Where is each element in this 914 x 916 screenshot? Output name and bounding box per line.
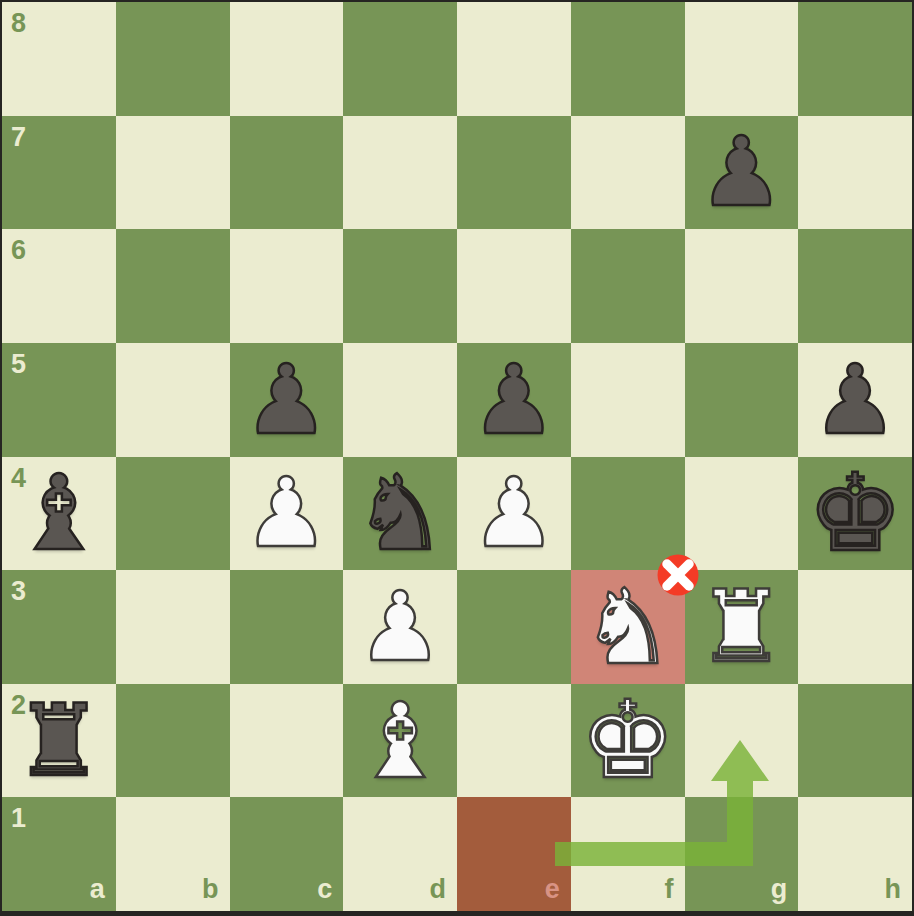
rank-label-8: 8 xyxy=(11,10,26,37)
piece-white-pawn-e4[interactable]: ♟ xyxy=(457,457,571,571)
square-b3[interactable] xyxy=(116,570,230,684)
square-a3[interactable]: 3 xyxy=(2,570,116,684)
piece-black-pawn-c5[interactable]: ♟ xyxy=(230,343,344,457)
square-c8[interactable] xyxy=(230,2,344,116)
square-g6[interactable] xyxy=(685,229,799,343)
square-e4[interactable]: ♟ xyxy=(457,457,571,571)
square-b6[interactable] xyxy=(116,229,230,343)
square-e3[interactable] xyxy=(457,570,571,684)
chess-board[interactable]: 87♟65♟♟♟4♝♟♞♟♚3♟♞♜2♜♝♚1abcdefgh xyxy=(2,2,912,911)
rank-label-7: 7 xyxy=(11,124,26,151)
square-g2[interactable] xyxy=(685,684,799,798)
square-f2[interactable]: ♚ xyxy=(571,684,685,798)
square-b8[interactable] xyxy=(116,2,230,116)
square-h1[interactable]: h xyxy=(798,797,912,911)
square-d1[interactable]: d xyxy=(343,797,457,911)
square-c3[interactable] xyxy=(230,570,344,684)
square-f5[interactable] xyxy=(571,343,685,457)
square-e7[interactable] xyxy=(457,116,571,230)
square-f6[interactable] xyxy=(571,229,685,343)
square-a6[interactable]: 6 xyxy=(2,229,116,343)
piece-black-knight-d4[interactable]: ♞ xyxy=(343,457,457,571)
square-f1[interactable]: f xyxy=(571,797,685,911)
square-c7[interactable] xyxy=(230,116,344,230)
square-a1[interactable]: 1a xyxy=(2,797,116,911)
square-f8[interactable] xyxy=(571,2,685,116)
chess-board-frame: 87♟65♟♟♟4♝♟♞♟♚3♟♞♜2♜♝♚1abcdefgh xyxy=(0,0,914,916)
square-a7[interactable]: 7 xyxy=(2,116,116,230)
file-label-b: b xyxy=(202,876,219,903)
square-f7[interactable] xyxy=(571,116,685,230)
square-h7[interactable] xyxy=(798,116,912,230)
square-g5[interactable] xyxy=(685,343,799,457)
file-label-e: e xyxy=(545,876,560,903)
square-b1[interactable]: b xyxy=(116,797,230,911)
square-a5[interactable]: 5 xyxy=(2,343,116,457)
square-h8[interactable] xyxy=(798,2,912,116)
square-h2[interactable] xyxy=(798,684,912,798)
square-c5[interactable]: ♟ xyxy=(230,343,344,457)
piece-white-rook-g3[interactable]: ♜ xyxy=(685,570,799,684)
square-g1[interactable]: g xyxy=(685,797,799,911)
square-h6[interactable] xyxy=(798,229,912,343)
piece-white-king-f2[interactable]: ♚ xyxy=(571,684,685,798)
piece-white-pawn-d3[interactable]: ♟ xyxy=(343,570,457,684)
square-a8[interactable]: 8 xyxy=(2,2,116,116)
square-c1[interactable]: c xyxy=(230,797,344,911)
rank-label-1: 1 xyxy=(11,805,26,832)
square-e8[interactable] xyxy=(457,2,571,116)
square-h3[interactable] xyxy=(798,570,912,684)
square-b5[interactable] xyxy=(116,343,230,457)
file-label-f: f xyxy=(665,876,674,903)
square-c6[interactable] xyxy=(230,229,344,343)
square-g8[interactable] xyxy=(685,2,799,116)
piece-white-knight-f3[interactable]: ♞ xyxy=(571,570,685,684)
square-b4[interactable] xyxy=(116,457,230,571)
piece-black-pawn-e5[interactable]: ♟ xyxy=(457,343,571,457)
file-label-g: g xyxy=(771,876,788,903)
square-a2[interactable]: 2♜ xyxy=(2,684,116,798)
square-e1[interactable]: e xyxy=(457,797,571,911)
square-d4[interactable]: ♞ xyxy=(343,457,457,571)
piece-white-pawn-c4[interactable]: ♟ xyxy=(230,457,344,571)
square-b2[interactable] xyxy=(116,684,230,798)
square-d3[interactable]: ♟ xyxy=(343,570,457,684)
square-f4[interactable] xyxy=(571,457,685,571)
file-label-d: d xyxy=(430,876,447,903)
square-h4[interactable]: ♚ xyxy=(798,457,912,571)
piece-black-bishop-a4[interactable]: ♝ xyxy=(2,457,116,571)
square-d8[interactable] xyxy=(343,2,457,116)
piece-white-bishop-d2[interactable]: ♝ xyxy=(343,684,457,798)
square-d6[interactable] xyxy=(343,229,457,343)
square-e2[interactable] xyxy=(457,684,571,798)
piece-black-pawn-g7[interactable]: ♟ xyxy=(685,116,799,230)
square-g7[interactable]: ♟ xyxy=(685,116,799,230)
square-c2[interactable] xyxy=(230,684,344,798)
file-label-a: a xyxy=(90,876,105,903)
square-d7[interactable] xyxy=(343,116,457,230)
square-h5[interactable]: ♟ xyxy=(798,343,912,457)
square-e5[interactable]: ♟ xyxy=(457,343,571,457)
rank-label-5: 5 xyxy=(11,351,26,378)
square-g3[interactable]: ♜ xyxy=(685,570,799,684)
rank-label-6: 6 xyxy=(11,237,26,264)
square-e6[interactable] xyxy=(457,229,571,343)
square-a4[interactable]: 4♝ xyxy=(2,457,116,571)
file-label-c: c xyxy=(317,876,332,903)
square-d5[interactable] xyxy=(343,343,457,457)
square-g4[interactable] xyxy=(685,457,799,571)
square-b7[interactable] xyxy=(116,116,230,230)
piece-black-rook-a2[interactable]: ♜ xyxy=(2,684,116,798)
file-label-h: h xyxy=(885,876,902,903)
rank-label-3: 3 xyxy=(11,578,26,605)
piece-black-king-h4[interactable]: ♚ xyxy=(798,457,912,571)
square-c4[interactable]: ♟ xyxy=(230,457,344,571)
square-d2[interactable]: ♝ xyxy=(343,684,457,798)
square-f3[interactable]: ♞ xyxy=(571,570,685,684)
piece-black-pawn-h5[interactable]: ♟ xyxy=(798,343,912,457)
